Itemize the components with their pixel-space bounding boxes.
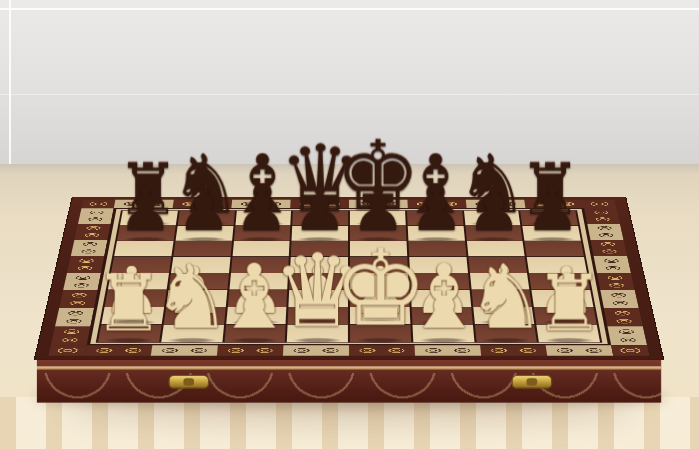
ornament-rosette-tile — [584, 208, 620, 224]
frame-ornament-band-top — [114, 200, 585, 208]
square-h1: ♜ — [537, 325, 600, 342]
ornament-rosette-tile — [59, 290, 97, 308]
brass-clasp-left — [168, 375, 209, 389]
ornament-rosette-tile — [480, 345, 547, 356]
brass-clasp-right — [511, 375, 552, 389]
ornament-rosette-tile — [78, 208, 114, 224]
square-e1: ♚ — [350, 325, 411, 342]
backdrop-seam-line — [0, 94, 699, 95]
ornament-rosette-tile — [608, 326, 648, 345]
square-g1: ♞ — [474, 325, 537, 342]
frame-corner-ornament — [583, 200, 617, 208]
ornament-rosette-tile — [217, 345, 284, 356]
square-f1: ♝ — [412, 325, 474, 342]
frame-corner-ornament — [611, 345, 649, 356]
playing-area: ♜♞♝♛♚♝♞♜♟♟♟♟♟♟♟♟♟♟♟♟♟♟♟♟♜♞♝♛♚♝♞♜ — [87, 208, 611, 345]
square-b7: ♟ — [175, 226, 233, 241]
ornament-rosette-tile — [407, 200, 466, 208]
squares-grid: ♜♞♝♛♚♝♞♜♟♟♟♟♟♟♟♟♟♟♟♟♟♟♟♟♜♞♝♛♚♝♞♜ — [96, 210, 603, 343]
ornament-rosette-tile — [151, 345, 218, 356]
backdrop-seam-line — [9, 0, 11, 170]
square-a7: ♟ — [117, 226, 175, 241]
ornament-rosette-tile — [173, 200, 233, 208]
ornament-rosette-tile — [524, 200, 584, 208]
piece-black-pawn: ♟ — [118, 180, 172, 240]
square-h7: ♟ — [522, 226, 580, 241]
ornament-rosette-tile — [55, 308, 94, 326]
backdrop-seam-line — [0, 8, 699, 10]
ornament-rosette-tile — [85, 345, 153, 356]
scallop-engraving — [37, 371, 661, 403]
ornament-rosette-tile — [231, 200, 290, 208]
piece-white-rook: ♜ — [535, 264, 605, 342]
ornament-rosette-tile — [590, 240, 627, 256]
chess-board: ♜♞♝♛♚♝♞♜♟♟♟♟♟♟♟♟♟♟♟♟♟♟♟♟♜♞♝♛♚♝♞♜ — [34, 197, 665, 360]
ornament-rosette-tile — [74, 224, 110, 240]
ornament-rosette-tile — [415, 345, 482, 356]
box-front-side — [37, 360, 661, 403]
ornament-rosette-tile — [546, 345, 614, 356]
frame-corner-ornament — [81, 200, 115, 208]
ornament-rosette-tile — [283, 345, 349, 356]
piece-black-pawn: ♟ — [526, 180, 580, 240]
frame-ornament-band-bottom — [85, 345, 614, 356]
lid-seam-line — [37, 366, 661, 369]
ornament-rosette-tile — [587, 224, 623, 240]
ornament-rosette-tile — [349, 345, 415, 356]
ornament-rosette-tile — [114, 200, 174, 208]
photo-scene: ♜♞♝♛♚♝♞♜♟♟♟♟♟♟♟♟♟♟♟♟♟♟♟♟♜♞♝♛♚♝♞♜ — [0, 0, 699, 449]
ornament-rosette-tile — [349, 200, 408, 208]
ornament-rosette-tile — [290, 200, 349, 208]
board-frame: ♜♞♝♛♚♝♞♜♟♟♟♟♟♟♟♟♟♟♟♟♟♟♟♟♜♞♝♛♚♝♞♜ — [34, 197, 665, 360]
piece-black-pawn: ♟ — [176, 180, 230, 240]
ornament-rosette-tile — [604, 308, 643, 326]
ornament-rosette-tile — [600, 290, 638, 308]
frame-corner-ornament — [48, 345, 86, 356]
square-g7: ♟ — [465, 226, 523, 241]
ornament-rosette-tile — [466, 200, 526, 208]
piece-black-pawn: ♟ — [467, 180, 521, 240]
ornament-rosette-tile — [51, 326, 91, 345]
